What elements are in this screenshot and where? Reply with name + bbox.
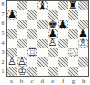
black-pawn: ♟ bbox=[7, 10, 17, 19]
square-c6 bbox=[27, 20, 37, 29]
black-bishop: ♝ bbox=[37, 1, 47, 10]
square-c1 bbox=[27, 67, 37, 76]
square-c8 bbox=[27, 1, 37, 10]
file-label-g: g bbox=[68, 77, 78, 85]
square-h7 bbox=[78, 10, 88, 19]
chess-board: ♝♜♟♚♟♟♟♙♗♖♘♙♙♔ bbox=[6, 0, 89, 77]
square-c3: ♖ bbox=[27, 48, 37, 57]
square-d3 bbox=[37, 48, 47, 57]
square-d2 bbox=[37, 57, 47, 66]
white-knight: ♘ bbox=[68, 48, 78, 57]
file-label-d: d bbox=[37, 77, 47, 85]
file-label-h: h bbox=[79, 77, 89, 85]
square-h3 bbox=[78, 48, 88, 57]
file-label-f: f bbox=[58, 77, 68, 85]
square-g7 bbox=[68, 10, 78, 19]
square-a7: ♟ bbox=[7, 10, 17, 19]
square-d8: ♝ bbox=[37, 1, 47, 10]
square-d5 bbox=[37, 29, 47, 38]
square-d6 bbox=[37, 20, 47, 29]
square-e1 bbox=[48, 67, 58, 76]
square-c7 bbox=[27, 10, 37, 19]
square-h1 bbox=[78, 67, 88, 76]
square-d1 bbox=[37, 67, 47, 76]
white-pawn: ♙ bbox=[48, 39, 58, 48]
square-f1 bbox=[58, 67, 68, 76]
black-rook: ♜ bbox=[68, 1, 78, 10]
white-bishop: ♗ bbox=[78, 39, 88, 48]
square-h4: ♗ bbox=[78, 39, 88, 48]
square-b7 bbox=[17, 10, 27, 19]
file-label-a: a bbox=[6, 77, 16, 85]
square-h8 bbox=[78, 1, 88, 10]
white-king: ♔ bbox=[17, 67, 27, 76]
white-pawn: ♙ bbox=[7, 57, 17, 66]
square-d7 bbox=[37, 10, 47, 19]
square-a2: ♙ bbox=[7, 57, 17, 66]
square-g8: ♜ bbox=[68, 1, 78, 10]
square-e8 bbox=[48, 1, 58, 10]
square-b4 bbox=[17, 39, 27, 48]
file-label-c: c bbox=[27, 77, 37, 85]
square-b6 bbox=[17, 20, 27, 29]
square-a1 bbox=[7, 67, 17, 76]
square-a6 bbox=[7, 20, 17, 29]
square-b1: ♔ bbox=[17, 67, 27, 76]
square-a5 bbox=[7, 29, 17, 38]
square-e2 bbox=[48, 57, 58, 66]
square-f2 bbox=[58, 57, 68, 66]
square-c5 bbox=[27, 29, 37, 38]
square-e3 bbox=[48, 48, 58, 57]
square-g3: ♘ bbox=[68, 48, 78, 57]
square-f4 bbox=[58, 39, 68, 48]
square-g1 bbox=[68, 67, 78, 76]
square-b8 bbox=[17, 1, 27, 10]
square-f6: ♟ bbox=[58, 20, 68, 29]
square-h2 bbox=[78, 57, 88, 66]
square-a4 bbox=[7, 39, 17, 48]
file-labels: abcdefgh bbox=[6, 77, 89, 85]
square-f8 bbox=[58, 1, 68, 10]
file-label-e: e bbox=[48, 77, 58, 85]
file-label-b: b bbox=[16, 77, 26, 85]
square-f5 bbox=[58, 29, 68, 38]
chess-diagram: 87654321 ♝♜♟♚♟♟♟♙♗♖♘♙♙♔ abcdefgh bbox=[0, 0, 90, 85]
square-c2 bbox=[27, 57, 37, 66]
square-e4: ♙ bbox=[48, 39, 58, 48]
square-g2 bbox=[68, 57, 78, 66]
square-f3 bbox=[58, 48, 68, 57]
square-g6 bbox=[68, 20, 78, 29]
square-g5 bbox=[68, 29, 78, 38]
white-rook: ♖ bbox=[27, 48, 37, 57]
square-d4 bbox=[37, 39, 47, 48]
black-pawn: ♟ bbox=[58, 20, 68, 29]
square-b5 bbox=[17, 29, 27, 38]
